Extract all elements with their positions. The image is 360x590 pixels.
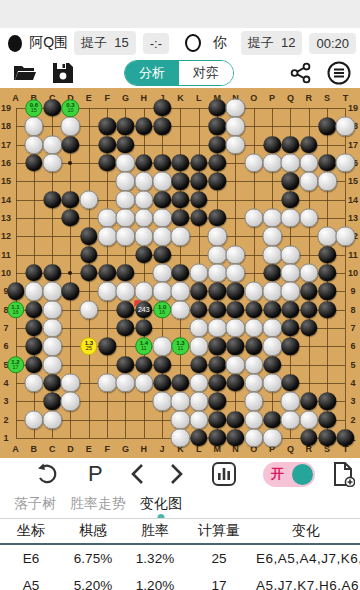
- black-stone[interactable]: [80, 264, 97, 281]
- cell: E6,A5,A4,J7,K6,H: [252, 551, 360, 566]
- black-stone[interactable]: [43, 393, 60, 410]
- black-stone[interactable]: [318, 283, 335, 300]
- row-label: 13: [348, 213, 358, 223]
- white-stone[interactable]: [24, 117, 43, 136]
- black-stone[interactable]: [227, 374, 244, 391]
- black-stone[interactable]: [208, 209, 225, 226]
- white-stone[interactable]: [262, 373, 281, 392]
- black-stone[interactable]: [300, 301, 317, 318]
- green-suggestion-badge[interactable]: 1.016: [153, 301, 171, 319]
- tab-variation-diagram[interactable]: 变化图: [140, 495, 182, 513]
- black-stone[interactable]: [208, 374, 225, 391]
- white-stone[interactable]: [97, 373, 116, 392]
- cell: A5,J7,K7,H6,A6,A: [252, 578, 360, 590]
- white-stone[interactable]: [207, 245, 226, 264]
- white-stone[interactable]: [281, 392, 300, 411]
- black-stone[interactable]: [263, 356, 280, 373]
- black-stone[interactable]: [318, 264, 335, 281]
- white-stone[interactable]: [42, 282, 61, 301]
- black-stone[interactable]: [43, 191, 60, 208]
- white-stone[interactable]: [134, 190, 153, 209]
- black-stone[interactable]: [43, 99, 60, 116]
- black-stone[interactable]: [25, 319, 42, 336]
- row-label: 11: [1, 250, 11, 260]
- black-stone[interactable]: [318, 301, 335, 318]
- tab-analyze[interactable]: 分析: [125, 61, 179, 85]
- black-stone[interactable]: [153, 99, 170, 116]
- black-stone[interactable]: [98, 154, 115, 171]
- header-winrate: 胜率: [124, 522, 186, 540]
- white-stone[interactable]: [299, 172, 318, 191]
- black-stone[interactable]: [135, 356, 152, 373]
- tab-play[interactable]: 对弈: [179, 61, 233, 85]
- black-stone[interactable]: [98, 118, 115, 135]
- black-stone[interactable]: [190, 209, 207, 226]
- go-app: 阿Q围 提子 15 -:- 你 提子 12 00:20 分析 对弈 AA1919…: [0, 0, 360, 590]
- row-label: 6: [3, 341, 8, 351]
- undo-icon: [34, 462, 60, 486]
- bottom-toolbar: P 开: [0, 458, 360, 490]
- black-stone[interactable]: [117, 356, 134, 373]
- black-stone[interactable]: [190, 301, 207, 318]
- badge-visits: 11: [141, 347, 147, 353]
- badge-visits: 17: [12, 365, 18, 371]
- black-stone[interactable]: [117, 319, 134, 336]
- cell: 6.75%: [62, 551, 124, 566]
- white-stone[interactable]: [79, 190, 98, 209]
- cell: 25: [186, 551, 252, 566]
- black-stone[interactable]: [172, 374, 189, 391]
- black-stone[interactable]: [25, 338, 42, 355]
- white-stone[interactable]: [152, 208, 171, 227]
- black-stone[interactable]: [208, 429, 225, 446]
- white-stone[interactable]: [134, 282, 153, 301]
- black-stone[interactable]: [117, 264, 134, 281]
- white-stone[interactable]: [226, 355, 245, 374]
- black-stone[interactable]: [190, 191, 207, 208]
- green-suggestion-badge[interactable]: 0.310: [62, 99, 80, 117]
- black-stone[interactable]: [172, 173, 189, 190]
- black-stone[interactable]: [153, 118, 170, 135]
- black-stone[interactable]: [282, 319, 299, 336]
- row-label: 19: [348, 103, 358, 113]
- white-stone[interactable]: [42, 135, 61, 154]
- black-stone[interactable]: [282, 338, 299, 355]
- black-stone[interactable]: [282, 374, 299, 391]
- column-label: R: [306, 93, 313, 103]
- white-stone[interactable]: [244, 282, 263, 301]
- black-stone[interactable]: [227, 411, 244, 428]
- white-stone[interactable]: [171, 428, 190, 447]
- white-stone[interactable]: [262, 318, 281, 337]
- black-stone[interactable]: [263, 264, 280, 281]
- black-stone[interactable]: [62, 283, 79, 300]
- badge-visits: 10: [67, 108, 73, 114]
- white-stone[interactable]: [226, 263, 245, 282]
- black-stone[interactable]: [117, 118, 134, 135]
- undo-button[interactable]: [34, 460, 60, 488]
- white-stone[interactable]: [171, 282, 190, 301]
- column-label: K: [177, 93, 184, 103]
- toggle-knob: [292, 464, 313, 485]
- black-stone[interactable]: [172, 264, 189, 281]
- black-stone[interactable]: [172, 191, 189, 208]
- black-stone[interactable]: [62, 209, 79, 226]
- white-stone[interactable]: [97, 282, 116, 301]
- white-stone[interactable]: [281, 245, 300, 264]
- black-stone[interactable]: [282, 301, 299, 318]
- row-label: 4: [350, 378, 355, 388]
- go-board[interactable]: AA1919BB1818CC1717DD1616EE1515FF1414GG13…: [0, 88, 360, 458]
- green-suggestion-badge[interactable]: 1.116: [7, 301, 25, 319]
- black-stone[interactable]: [263, 411, 280, 428]
- black-stone[interactable]: [263, 301, 280, 318]
- white-stone[interactable]: [299, 208, 318, 227]
- chevron-left-icon: [129, 463, 145, 485]
- black-stone[interactable]: [153, 246, 170, 263]
- black-stone[interactable]: [318, 411, 335, 428]
- black-stone[interactable]: [190, 173, 207, 190]
- column-label: T: [343, 93, 349, 103]
- column-label: E: [86, 93, 92, 103]
- white-stone[interactable]: [299, 153, 318, 172]
- row-label: 14: [348, 195, 358, 205]
- white-stone[interactable]: [61, 373, 80, 392]
- column-label: E: [86, 444, 92, 454]
- white-stone[interactable]: [244, 208, 263, 227]
- badge-visits: 16: [159, 310, 165, 316]
- black-stone[interactable]: [25, 356, 42, 373]
- black-stone[interactable]: [208, 154, 225, 171]
- white-stone[interactable]: [262, 227, 281, 246]
- row-label: 4: [3, 378, 8, 388]
- black-stone[interactable]: [153, 374, 170, 391]
- white-stone[interactable]: [42, 410, 61, 429]
- white-stone[interactable]: [97, 227, 116, 246]
- black-stone[interactable]: [245, 338, 262, 355]
- white-stone[interactable]: [171, 392, 190, 411]
- black-stone[interactable]: [172, 209, 189, 226]
- black-stone[interactable]: [300, 136, 317, 153]
- row-label: 5: [350, 360, 355, 370]
- white-stone[interactable]: [24, 135, 43, 154]
- column-label: J: [160, 444, 165, 454]
- white-stone[interactable]: [189, 263, 208, 282]
- tab-move-tree[interactable]: 落子树: [14, 495, 56, 513]
- white-stone[interactable]: [336, 227, 355, 246]
- white-stone[interactable]: [24, 410, 43, 429]
- last-move-marker-icon: [134, 300, 141, 307]
- column-label: F: [104, 93, 110, 103]
- row-label: 9: [350, 286, 355, 296]
- open-file-button[interactable]: [12, 61, 38, 85]
- green-suggestion-badge[interactable]: 1.311: [172, 338, 190, 356]
- black-stone[interactable]: [300, 319, 317, 336]
- white-stone[interactable]: [152, 337, 171, 356]
- row-label: 17: [348, 140, 358, 150]
- column-label: F: [104, 444, 110, 454]
- analysis-table-row[interactable]: E66.75%1.32%25E6,A5,A4,J7,K6,H: [0, 545, 360, 572]
- white-stone[interactable]: [281, 153, 300, 172]
- white-stone[interactable]: [262, 282, 281, 301]
- white-stone[interactable]: [24, 373, 43, 392]
- black-stone[interactable]: [208, 118, 225, 135]
- analysis-table-row[interactable]: A55.20%1.20%17A5,J7,K7,H6,A6,A: [0, 572, 360, 590]
- white-stone[interactable]: [171, 300, 190, 319]
- white-stone[interactable]: [152, 282, 171, 301]
- white-stone[interactable]: [152, 227, 171, 246]
- black-stone[interactable]: [282, 136, 299, 153]
- black-stone[interactable]: [208, 411, 225, 428]
- badge-visits: 11: [178, 347, 184, 353]
- white-stone[interactable]: [97, 208, 116, 227]
- cell: A5: [0, 578, 62, 590]
- black-stone[interactable]: [98, 264, 115, 281]
- row-label: 6: [350, 341, 355, 351]
- row-label: 14: [1, 195, 11, 205]
- white-stone[interactable]: [171, 227, 190, 246]
- black-stone[interactable]: [98, 338, 115, 355]
- black-stone[interactable]: [337, 429, 354, 446]
- white-stone[interactable]: [207, 227, 226, 246]
- white-stone[interactable]: [226, 318, 245, 337]
- white-stone[interactable]: [42, 300, 61, 319]
- white-stone[interactable]: [42, 318, 61, 337]
- row-label: 11: [348, 250, 358, 260]
- export-button[interactable]: [331, 460, 355, 488]
- menu-button[interactable]: [326, 61, 352, 85]
- black-stone[interactable]: [98, 136, 115, 153]
- cell: 1.20%: [124, 578, 186, 590]
- black-stone[interactable]: [300, 429, 317, 446]
- white-stone[interactable]: [116, 172, 135, 191]
- chevron-right-icon: [169, 463, 185, 485]
- black-player-stone-icon: [8, 35, 22, 52]
- row-label: 2: [350, 415, 355, 425]
- next-move-button[interactable]: [169, 460, 185, 488]
- mode-segmented-control: 分析 对弈: [124, 60, 234, 86]
- row-label: 15: [1, 176, 11, 186]
- prev-move-button[interactable]: [129, 460, 145, 488]
- black-stone[interactable]: [208, 99, 225, 116]
- white-stone[interactable]: [116, 373, 135, 392]
- black-stone[interactable]: [135, 154, 152, 171]
- white-stone[interactable]: [262, 428, 281, 447]
- white-stone[interactable]: [226, 98, 245, 117]
- green-suggestion-badge[interactable]: 1.217: [7, 356, 25, 374]
- white-stone[interactable]: [152, 172, 171, 191]
- engine-toggle[interactable]: 开: [263, 462, 315, 487]
- black-stone[interactable]: [190, 154, 207, 171]
- black-stone[interactable]: [62, 191, 79, 208]
- white-stone[interactable]: [226, 117, 245, 136]
- white-stone[interactable]: [116, 208, 135, 227]
- white-stone[interactable]: [281, 208, 300, 227]
- black-stone[interactable]: [190, 283, 207, 300]
- white-stone[interactable]: [42, 337, 61, 356]
- white-stone[interactable]: [281, 410, 300, 429]
- row-label: 16: [1, 158, 11, 168]
- chart-button[interactable]: [211, 460, 237, 488]
- white-stone[interactable]: [42, 153, 61, 172]
- white-stone[interactable]: [281, 263, 300, 282]
- black-stone[interactable]: [300, 283, 317, 300]
- black-stone[interactable]: [227, 283, 244, 300]
- white-stone[interactable]: [134, 227, 153, 246]
- white-stone[interactable]: [207, 263, 226, 282]
- badge-visits: 25: [86, 347, 92, 353]
- white-stone[interactable]: [262, 208, 281, 227]
- black-stone[interactable]: [208, 136, 225, 153]
- black-stone[interactable]: [318, 393, 335, 410]
- white-stone[interactable]: [317, 227, 336, 246]
- white-stone[interactable]: [116, 282, 135, 301]
- row-label: 8: [350, 305, 355, 315]
- badge-visits: 16: [12, 310, 18, 316]
- white-stone[interactable]: [244, 392, 263, 411]
- row-label: 19: [1, 103, 11, 113]
- star-point: [68, 271, 72, 275]
- black-stone[interactable]: [190, 429, 207, 446]
- black-stone[interactable]: [135, 319, 152, 336]
- white-stone[interactable]: [116, 153, 135, 172]
- white-stone[interactable]: [189, 392, 208, 411]
- white-stone[interactable]: [189, 373, 208, 392]
- white-stone[interactable]: [152, 263, 171, 282]
- black-stone[interactable]: [208, 283, 225, 300]
- column-label: O: [250, 93, 257, 103]
- black-stone[interactable]: [25, 264, 42, 281]
- pass-button[interactable]: P: [88, 460, 103, 488]
- black-stone[interactable]: [80, 246, 97, 263]
- white-stone[interactable]: [171, 410, 190, 429]
- white-stone[interactable]: [262, 337, 281, 356]
- white-stone[interactable]: [244, 318, 263, 337]
- black-stone[interactable]: [7, 283, 24, 300]
- black-stone[interactable]: [153, 191, 170, 208]
- white-stone[interactable]: [299, 410, 318, 429]
- white-stone[interactable]: [299, 263, 318, 282]
- new-file-icon: [331, 461, 355, 487]
- tab-winrate-trend[interactable]: 胜率走势: [70, 495, 126, 513]
- black-stone[interactable]: [227, 301, 244, 318]
- column-label: A: [12, 444, 19, 454]
- black-stone[interactable]: [318, 246, 335, 263]
- row-label: 3: [3, 396, 8, 406]
- black-stone[interactable]: [208, 338, 225, 355]
- black-stone[interactable]: [80, 228, 97, 245]
- white-stone[interactable]: [61, 392, 80, 411]
- black-stone[interactable]: [117, 136, 134, 153]
- black-stone[interactable]: 243: [135, 301, 152, 318]
- white-stone[interactable]: [189, 337, 208, 356]
- white-stone[interactable]: [244, 410, 263, 429]
- white-stone[interactable]: [79, 300, 98, 319]
- row-label: 1: [3, 433, 8, 443]
- black-stone[interactable]: [318, 154, 335, 171]
- black-stone[interactable]: [263, 136, 280, 153]
- white-stone[interactable]: [244, 428, 263, 447]
- black-stone[interactable]: [318, 118, 335, 135]
- white-stone[interactable]: [134, 208, 153, 227]
- white-stone[interactable]: [336, 153, 355, 172]
- white-stone[interactable]: [42, 355, 61, 374]
- white-clock-chip: 00:20: [309, 33, 356, 54]
- black-stone[interactable]: [62, 136, 79, 153]
- white-stone[interactable]: [226, 245, 245, 264]
- white-stone[interactable]: [24, 282, 43, 301]
- share-button[interactable]: [288, 61, 314, 85]
- white-stone[interactable]: [116, 190, 135, 209]
- row-label: 7: [3, 323, 8, 333]
- white-stone[interactable]: [189, 410, 208, 429]
- white-stone[interactable]: [281, 282, 300, 301]
- black-stone[interactable]: [318, 429, 335, 446]
- column-label: G: [122, 93, 129, 103]
- black-stone[interactable]: [227, 338, 244, 355]
- black-stone[interactable]: [300, 393, 317, 410]
- black-stone[interactable]: [208, 356, 225, 373]
- white-stone[interactable]: [189, 318, 208, 337]
- black-stone[interactable]: [25, 154, 42, 171]
- yellow-suggestion-badge[interactable]: 1.325: [80, 338, 98, 356]
- white-stone[interactable]: [336, 117, 355, 136]
- black-clock-chip: -:-: [143, 33, 169, 54]
- black-stone[interactable]: [135, 246, 152, 263]
- black-stone[interactable]: [172, 154, 189, 171]
- white-stone[interactable]: [207, 318, 226, 337]
- star-point: [68, 161, 72, 165]
- white-stone[interactable]: [244, 153, 263, 172]
- white-stone[interactable]: [152, 392, 171, 411]
- header-coordinate: 坐标: [0, 522, 62, 540]
- white-stone[interactable]: [134, 172, 153, 191]
- white-stone[interactable]: [244, 373, 263, 392]
- black-stone[interactable]: [153, 356, 170, 373]
- black-stone[interactable]: [282, 173, 299, 190]
- black-stone[interactable]: [117, 301, 134, 318]
- black-stone[interactable]: [208, 301, 225, 318]
- white-captures-chip: 提子 12: [241, 31, 303, 55]
- save-button[interactable]: [50, 61, 76, 85]
- white-stone[interactable]: [226, 135, 245, 154]
- black-stone[interactable]: [135, 118, 152, 135]
- white-stone[interactable]: [134, 373, 153, 392]
- header-visits: 计算量: [186, 522, 252, 540]
- row-label: 10: [1, 268, 11, 278]
- black-stone[interactable]: [43, 264, 60, 281]
- black-stone[interactable]: [282, 191, 299, 208]
- white-stone[interactable]: [262, 153, 281, 172]
- black-stone[interactable]: [43, 374, 60, 391]
- green-suggestion-badge[interactable]: 0.615: [25, 99, 43, 117]
- black-stone[interactable]: [153, 154, 170, 171]
- black-stone[interactable]: [190, 356, 207, 373]
- white-stone[interactable]: [262, 245, 281, 264]
- white-stone[interactable]: [244, 355, 263, 374]
- black-stone[interactable]: [208, 393, 225, 410]
- green-suggestion-badge[interactable]: 1.411: [135, 338, 153, 356]
- save-icon: [53, 63, 73, 83]
- black-stone[interactable]: [227, 429, 244, 446]
- black-stone[interactable]: [208, 173, 225, 190]
- white-stone[interactable]: [317, 172, 336, 191]
- black-stone[interactable]: [25, 301, 42, 318]
- bar-chart-icon: [211, 461, 237, 487]
- white-stone[interactable]: [61, 117, 80, 136]
- white-stone[interactable]: [116, 227, 135, 246]
- black-stone[interactable]: [245, 301, 262, 318]
